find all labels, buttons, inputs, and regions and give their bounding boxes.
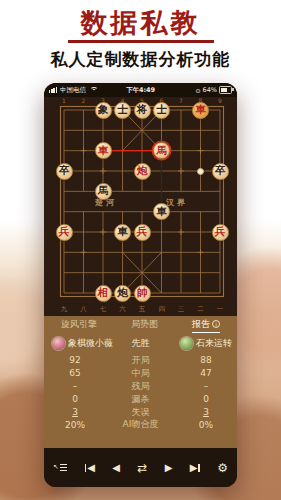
svg-text:九: 九 bbox=[61, 305, 68, 313]
piece-black-象[interactable]: 象 bbox=[95, 102, 112, 119]
svg-text:汉界: 汉界 bbox=[165, 198, 188, 207]
piece-red-兵[interactable]: 兵 bbox=[212, 224, 229, 241]
battery-icon bbox=[219, 86, 232, 94]
skip-start-icon[interactable]: ◀ bbox=[85, 463, 95, 473]
piece-black-馬[interactable]: 馬 bbox=[95, 183, 112, 200]
player-left: 象棋微小薇 bbox=[52, 336, 113, 351]
player-right-avatar bbox=[180, 337, 193, 350]
svg-text:2: 2 bbox=[82, 97, 86, 104]
stat-value: 0 bbox=[175, 394, 237, 404]
stat-label: AI吻合度 bbox=[106, 418, 175, 431]
playback-toolbar: ↖◀◀⇄▶▶⚙ bbox=[44, 448, 237, 487]
svg-text:7: 7 bbox=[179, 97, 183, 104]
page-title: 数据私教 bbox=[0, 5, 281, 41]
battery-percent-label: 64% bbox=[203, 86, 217, 94]
stat-value: 65 bbox=[44, 368, 106, 378]
svg-text:四: 四 bbox=[158, 305, 165, 313]
stat-label: 残局 bbox=[106, 380, 175, 393]
svg-text:9: 9 bbox=[218, 97, 222, 104]
stat-value: 0% bbox=[175, 420, 237, 430]
stat-row-中局: 65中局47 bbox=[44, 367, 237, 380]
promo-screenshot-page: 数据私教 私人定制数据分析功能 中国电信 下午4:49 ⊙ 64% 楚河汉界12… bbox=[0, 0, 281, 500]
svg-text:一: 一 bbox=[217, 305, 224, 313]
tab-报告[interactable]: 报告i bbox=[192, 317, 220, 333]
settings-icon[interactable]: ⚙ bbox=[217, 462, 228, 474]
svg-text:八: 八 bbox=[80, 305, 87, 313]
piece-black-卒[interactable]: 卒 bbox=[56, 163, 73, 180]
analysis-panel: 旋风引擎局势图报告i 先胜 象棋微小薇 石来运转 92开局8865中局47–残局… bbox=[44, 316, 237, 448]
player-right-name: 石来运转 bbox=[196, 337, 232, 350]
stat-row-残局: –残局– bbox=[44, 380, 237, 393]
stat-row-失误: 3失误3 bbox=[44, 406, 237, 419]
svg-text:六: 六 bbox=[119, 305, 126, 313]
orientation-lock-icon: ⊙ bbox=[196, 87, 201, 94]
page-subtitle: 私人定制数据分析功能 bbox=[0, 48, 281, 71]
info-icon[interactable]: i bbox=[212, 320, 220, 328]
stat-label: 开局 bbox=[106, 354, 175, 367]
stat-value: – bbox=[175, 381, 237, 391]
stat-value: 88 bbox=[175, 355, 237, 365]
player-left-avatar bbox=[52, 337, 65, 350]
stat-row-漏杀: 0漏杀0 bbox=[44, 393, 237, 406]
players-row: 先胜 象棋微小薇 石来运转 bbox=[44, 336, 237, 351]
stat-value: – bbox=[44, 381, 106, 391]
skip-end-icon[interactable]: ▶ bbox=[190, 463, 200, 473]
piece-red-兵[interactable]: 兵 bbox=[134, 224, 151, 241]
stat-label: 中局 bbox=[106, 367, 175, 380]
svg-text:七: 七 bbox=[99, 305, 107, 313]
piece-black-卒[interactable]: 卒 bbox=[212, 163, 229, 180]
title-divider bbox=[68, 40, 214, 43]
stat-label: 失误 bbox=[106, 406, 175, 419]
stat-label: 漏杀 bbox=[106, 393, 175, 406]
stat-value: 20% bbox=[44, 420, 106, 430]
svg-text:1: 1 bbox=[62, 97, 66, 104]
step-back-icon[interactable]: ◀ bbox=[112, 463, 120, 473]
stat-row-开局: 92开局88 bbox=[44, 354, 237, 367]
piece-red-車[interactable]: 車 bbox=[192, 102, 209, 119]
stats-table: 92开局8865中局47–残局–0漏杀03失误320%AI吻合度0% bbox=[44, 354, 237, 431]
stat-value: 47 bbox=[175, 368, 237, 378]
app-screenshot: 中国电信 下午4:49 ⊙ 64% 楚河汉界123456789九八七六五四三二一… bbox=[44, 83, 237, 487]
flip-board-icon[interactable]: ⇄ bbox=[137, 462, 147, 474]
stat-value[interactable]: 3 bbox=[175, 407, 237, 417]
stat-value[interactable]: 3 bbox=[44, 407, 106, 417]
piece-red-帥[interactable]: 帥 bbox=[134, 285, 151, 302]
tab-局势图[interactable]: 局势图 bbox=[131, 317, 158, 332]
stat-row-AI吻合度: 20%AI吻合度0% bbox=[44, 418, 237, 431]
move-marker-dot bbox=[197, 168, 204, 175]
piece-red-兵[interactable]: 兵 bbox=[56, 224, 73, 241]
player-left-name: 象棋微小薇 bbox=[68, 337, 113, 350]
piece-red-炮[interactable]: 炮 bbox=[134, 163, 151, 180]
step-forward-icon[interactable]: ▶ bbox=[165, 463, 173, 473]
stat-value: 92 bbox=[44, 355, 106, 365]
piece-black-将[interactable]: 将 bbox=[134, 102, 151, 119]
piece-black-士[interactable]: 士 bbox=[114, 102, 131, 119]
piece-black-車[interactable]: 車 bbox=[114, 224, 131, 241]
move-list-icon[interactable]: ↖ bbox=[53, 464, 67, 471]
svg-text:五: 五 bbox=[139, 305, 146, 313]
piece-red-車[interactable]: 車 bbox=[95, 142, 112, 159]
tab-旋风引擎[interactable]: 旋风引擎 bbox=[61, 317, 97, 332]
analysis-tabs: 旋风引擎局势图报告i bbox=[44, 317, 237, 332]
svg-text:三: 三 bbox=[178, 305, 185, 313]
svg-text:二: 二 bbox=[197, 305, 204, 313]
player-right: 石来运转 bbox=[180, 336, 232, 351]
piece-black-士[interactable]: 士 bbox=[153, 102, 170, 119]
stat-value: 0 bbox=[44, 394, 106, 404]
piece-red-相[interactable]: 相 bbox=[95, 285, 112, 302]
piece-black-炮[interactable]: 炮 bbox=[114, 285, 131, 302]
